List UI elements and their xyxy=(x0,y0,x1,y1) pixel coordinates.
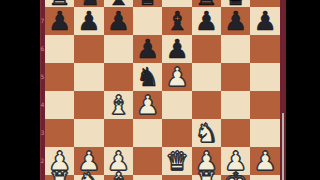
white-pawn: ♟ xyxy=(136,91,159,119)
square-f8[interactable]: ♜ xyxy=(192,0,221,7)
square-f5[interactable] xyxy=(192,63,221,91)
square-c4[interactable]: ♝ xyxy=(104,91,133,119)
white-rook: ♜ xyxy=(195,168,218,180)
square-d5[interactable]: ♞ xyxy=(133,63,162,91)
rank-label-3: 3 xyxy=(40,129,45,137)
white-knight: ♞ xyxy=(195,119,218,147)
square-e2[interactable]: ♛ xyxy=(162,147,191,175)
square-b5[interactable] xyxy=(74,63,103,91)
square-h2[interactable]: ♟ xyxy=(250,147,279,175)
chess-board: ♜♞♝♛♜♚♟♟♟♝♟♟♟♟♟♞♟♝♟♞♟♟♟♛♟♟♟♜♞♝♜♚ xyxy=(45,0,280,180)
black-pawn: ♟ xyxy=(253,7,276,35)
rank-label-7: 7 xyxy=(40,17,45,25)
square-f1[interactable]: ♜ xyxy=(192,175,221,180)
square-h1[interactable] xyxy=(250,175,279,180)
rank-label-2: 2 xyxy=(40,157,45,165)
square-f6[interactable] xyxy=(192,35,221,63)
square-e1[interactable] xyxy=(162,175,191,180)
square-e6[interactable]: ♟ xyxy=(162,35,191,63)
black-pawn: ♟ xyxy=(224,7,247,35)
black-knight: ♞ xyxy=(136,63,159,91)
rank-label-4: 4 xyxy=(40,101,45,109)
square-a8[interactable]: ♜ xyxy=(45,0,74,7)
square-g3[interactable] xyxy=(221,119,250,147)
square-d3[interactable] xyxy=(133,119,162,147)
square-g8[interactable]: ♚ xyxy=(221,0,250,7)
square-c6[interactable] xyxy=(104,35,133,63)
rank-label-6: 6 xyxy=(40,45,45,53)
black-rook: ♜ xyxy=(48,0,71,10)
square-d7[interactable] xyxy=(133,7,162,35)
black-pawn: ♟ xyxy=(107,7,130,35)
square-f3[interactable]: ♞ xyxy=(192,119,221,147)
square-g4[interactable] xyxy=(221,91,250,119)
square-a7[interactable]: ♟ xyxy=(45,7,74,35)
square-c1[interactable]: ♝ xyxy=(104,175,133,180)
border-highlight-strip xyxy=(282,113,284,180)
square-b4[interactable] xyxy=(74,91,103,119)
black-bishop: ♝ xyxy=(107,0,130,10)
black-knight: ♞ xyxy=(77,0,100,10)
square-e5[interactable]: ♟ xyxy=(162,63,191,91)
black-queen: ♛ xyxy=(136,0,159,10)
square-a5[interactable] xyxy=(45,63,74,91)
square-d1[interactable] xyxy=(133,175,162,180)
square-c3[interactable] xyxy=(104,119,133,147)
black-pawn: ♟ xyxy=(195,7,218,35)
video-frame: ♜♞♝♛♜♚♟♟♟♝♟♟♟♟♟♞♟♝♟♞♟♟♟♛♟♟♟♜♞♝♜♚ 765432 xyxy=(0,0,320,180)
black-bishop: ♝ xyxy=(165,7,188,35)
black-king: ♚ xyxy=(224,0,247,10)
square-a6[interactable] xyxy=(45,35,74,63)
white-bishop: ♝ xyxy=(107,91,130,119)
white-queen: ♛ xyxy=(165,147,188,175)
square-h4[interactable] xyxy=(250,91,279,119)
square-b1[interactable]: ♞ xyxy=(74,175,103,180)
square-h7[interactable]: ♟ xyxy=(250,7,279,35)
white-rook: ♜ xyxy=(48,168,71,180)
square-e7[interactable]: ♝ xyxy=(162,7,191,35)
square-a4[interactable] xyxy=(45,91,74,119)
square-b7[interactable]: ♟ xyxy=(74,7,103,35)
white-pawn: ♟ xyxy=(253,147,276,175)
square-a3[interactable] xyxy=(45,119,74,147)
square-b6[interactable] xyxy=(74,35,103,63)
square-f7[interactable]: ♟ xyxy=(192,7,221,35)
square-h5[interactable] xyxy=(250,63,279,91)
square-d8[interactable]: ♛ xyxy=(133,0,162,7)
square-d4[interactable]: ♟ xyxy=(133,91,162,119)
black-pawn: ♟ xyxy=(136,35,159,63)
white-knight: ♞ xyxy=(77,168,100,180)
square-b3[interactable] xyxy=(74,119,103,147)
board-frame: ♜♞♝♛♜♚♟♟♟♝♟♟♟♟♟♞♟♝♟♞♟♟♟♛♟♟♟♜♞♝♜♚ 765432 xyxy=(40,0,286,180)
white-bishop: ♝ xyxy=(107,168,130,180)
square-d6[interactable]: ♟ xyxy=(133,35,162,63)
white-pawn: ♟ xyxy=(165,63,188,91)
square-e4[interactable] xyxy=(162,91,191,119)
square-b8[interactable]: ♞ xyxy=(74,0,103,7)
square-c7[interactable]: ♟ xyxy=(104,7,133,35)
white-king: ♚ xyxy=(224,168,247,180)
square-g1[interactable]: ♚ xyxy=(221,175,250,180)
frame-outer-edge xyxy=(40,0,41,180)
black-pawn: ♟ xyxy=(77,7,100,35)
square-a1[interactable]: ♜ xyxy=(45,175,74,180)
black-pawn: ♟ xyxy=(48,7,71,35)
square-f4[interactable] xyxy=(192,91,221,119)
black-pawn: ♟ xyxy=(165,35,188,63)
square-h3[interactable] xyxy=(250,119,279,147)
square-e3[interactable] xyxy=(162,119,191,147)
square-d2[interactable] xyxy=(133,147,162,175)
square-g7[interactable]: ♟ xyxy=(221,7,250,35)
square-g5[interactable] xyxy=(221,63,250,91)
square-g6[interactable] xyxy=(221,35,250,63)
black-rook: ♜ xyxy=(195,0,218,10)
square-h6[interactable] xyxy=(250,35,279,63)
rank-label-5: 5 xyxy=(40,73,45,81)
square-c5[interactable] xyxy=(104,63,133,91)
square-c8[interactable]: ♝ xyxy=(104,0,133,7)
